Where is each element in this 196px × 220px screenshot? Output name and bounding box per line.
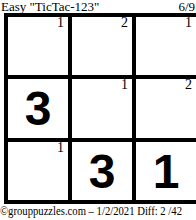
cell-r3c2: 3 xyxy=(72,142,132,200)
cell-value: 1 xyxy=(153,146,180,196)
cell-value: 3 xyxy=(89,146,116,196)
cell-r1c3[interactable]: 1 xyxy=(136,17,196,75)
cell-r2c3[interactable]: 2 xyxy=(136,79,196,137)
puzzle-board: 1 2 1 3 1 2 1 3 1 xyxy=(4,13,196,204)
cell-clue: 1 xyxy=(185,15,192,31)
cell-r3c3: 1 xyxy=(136,142,196,200)
cell-clue: 2 xyxy=(185,77,192,93)
cell-r1c1[interactable]: 1 xyxy=(8,17,68,75)
copyright-line: ©grouppuzzles.com – 1/2/2021 Diff: 2 /42 xyxy=(0,203,182,218)
cell-r2c1: 3 xyxy=(8,79,68,137)
puzzle-title: Easy "TicTac-123" xyxy=(1,0,99,13)
cell-r1c2[interactable]: 2 xyxy=(72,17,132,75)
cell-value: 3 xyxy=(25,83,52,133)
cell-clue: 1 xyxy=(57,15,64,31)
cell-r3c1[interactable]: 1 xyxy=(8,142,68,200)
cell-clue: 1 xyxy=(121,77,128,93)
cell-r2c2[interactable]: 1 xyxy=(72,79,132,137)
progress-counter: 6/9 xyxy=(178,0,195,13)
cell-clue: 1 xyxy=(57,140,64,156)
puzzle-header: Easy "TicTac-123" 6/9 xyxy=(1,0,195,13)
cell-clue: 2 xyxy=(121,15,128,31)
